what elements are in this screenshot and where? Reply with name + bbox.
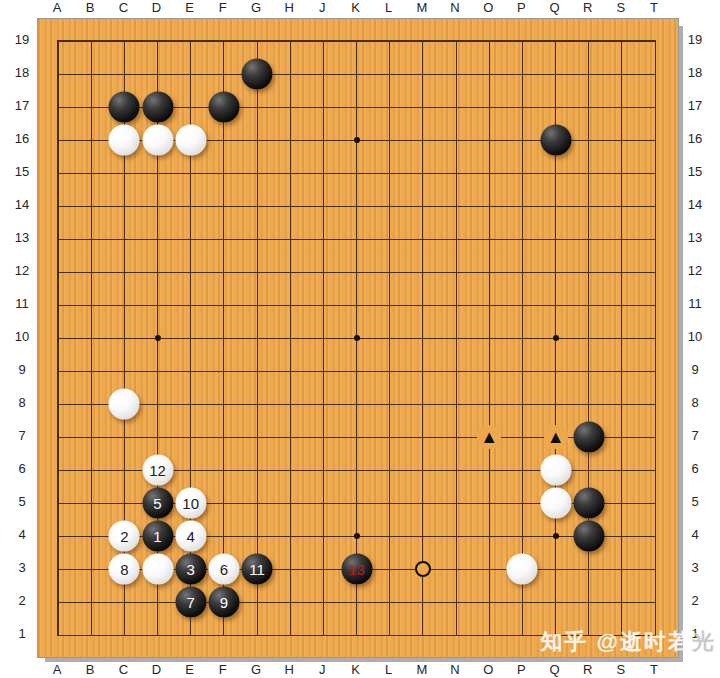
stone-black-E2: 7 <box>175 587 206 618</box>
coord-label-left-6: 6 <box>9 461 35 477</box>
stone-white-C4: 2 <box>109 521 140 552</box>
star-point-K10 <box>354 335 360 341</box>
move-number-10: 10 <box>182 496 199 511</box>
coord-label-top-Q: Q <box>542 0 568 16</box>
coord-label-right-8: 8 <box>682 395 708 411</box>
coord-label-left-19: 19 <box>9 32 35 48</box>
coord-label-top-A: A <box>44 0 70 16</box>
coord-label-top-J: J <box>309 0 335 16</box>
coord-label-right-5: 5 <box>682 494 708 510</box>
stone-black-C17 <box>109 92 140 123</box>
stone-white-C8 <box>109 389 140 420</box>
coord-label-left-8: 8 <box>9 395 35 411</box>
move-number-4: 4 <box>187 529 195 544</box>
stone-black-D5: 5 <box>142 488 173 519</box>
coord-label-bottom-J: J <box>309 662 335 678</box>
coord-label-left-17: 17 <box>9 98 35 114</box>
coord-label-left-14: 14 <box>9 197 35 213</box>
stone-white-Q6 <box>540 455 571 486</box>
watermark-text-off-board: 光 <box>692 629 716 654</box>
coord-label-left-10: 10 <box>9 329 35 345</box>
triangle-mark-O7: ▲ <box>477 425 501 449</box>
stone-white-C3: 8 <box>109 554 140 585</box>
star-point-Q4 <box>553 533 559 539</box>
stone-black-E3: 3 <box>175 554 206 585</box>
stone-black-R5 <box>573 488 604 519</box>
stone-black-D17 <box>142 92 173 123</box>
coord-label-right-16: 16 <box>682 131 708 147</box>
star-point-D10 <box>155 335 161 341</box>
coord-label-right-2: 2 <box>682 593 708 609</box>
stone-white-D16 <box>142 125 173 156</box>
move-number-6: 6 <box>220 562 228 577</box>
coord-label-top-B: B <box>77 0 103 16</box>
stone-black-F17 <box>208 92 239 123</box>
coord-label-left-7: 7 <box>9 428 35 444</box>
coord-label-top-T: T <box>641 0 667 16</box>
stone-white-E16 <box>175 125 206 156</box>
coord-label-top-N: N <box>442 0 468 16</box>
coord-label-left-12: 12 <box>9 263 35 279</box>
coord-label-top-H: H <box>276 0 302 16</box>
watermark: 知乎 @逝时若光 <box>540 627 716 657</box>
coord-label-top-R: R <box>575 0 601 16</box>
stone-white-Q5 <box>540 488 571 519</box>
coord-label-left-15: 15 <box>9 164 35 180</box>
coord-label-top-M: M <box>409 0 435 16</box>
star-point-K4 <box>354 533 360 539</box>
coord-label-bottom-C: C <box>110 662 136 678</box>
coord-label-bottom-P: P <box>508 662 534 678</box>
coord-label-right-9: 9 <box>682 362 708 378</box>
coord-label-bottom-E: E <box>177 662 203 678</box>
stone-black-F2: 9 <box>208 587 239 618</box>
coord-label-left-5: 5 <box>9 494 35 510</box>
coord-label-top-F: F <box>210 0 236 16</box>
move-number-12: 12 <box>149 463 166 478</box>
coord-label-right-7: 7 <box>682 428 708 444</box>
coord-label-left-13: 13 <box>9 230 35 246</box>
coord-label-bottom-S: S <box>608 662 634 678</box>
circle-mark-M3 <box>415 561 431 577</box>
coord-label-left-18: 18 <box>9 65 35 81</box>
coord-label-right-12: 12 <box>682 263 708 279</box>
coord-label-top-C: C <box>110 0 136 16</box>
coord-label-right-3: 3 <box>682 560 708 576</box>
stone-white-E4: 4 <box>175 521 206 552</box>
coord-label-bottom-F: F <box>210 662 236 678</box>
coord-label-bottom-M: M <box>409 662 435 678</box>
coord-label-top-S: S <box>608 0 634 16</box>
stone-black-R4 <box>573 521 604 552</box>
move-number-8: 8 <box>120 562 128 577</box>
coord-label-right-13: 13 <box>682 230 708 246</box>
coord-label-left-4: 4 <box>9 527 35 543</box>
coord-label-left-16: 16 <box>9 131 35 147</box>
coord-label-right-4: 4 <box>682 527 708 543</box>
stone-white-D6: 12 <box>142 455 173 486</box>
stone-black-G18 <box>242 59 273 90</box>
move-number-2: 2 <box>120 529 128 544</box>
coord-label-right-15: 15 <box>682 164 708 180</box>
coord-label-top-L: L <box>376 0 402 16</box>
coord-label-bottom-G: G <box>243 662 269 678</box>
coord-label-right-18: 18 <box>682 65 708 81</box>
stone-black-G3: 11 <box>242 554 273 585</box>
coord-label-left-9: 9 <box>9 362 35 378</box>
coord-label-bottom-B: B <box>77 662 103 678</box>
coord-label-top-G: G <box>243 0 269 16</box>
stone-white-P3 <box>507 554 538 585</box>
coord-label-left-3: 3 <box>9 560 35 576</box>
coord-label-bottom-O: O <box>475 662 501 678</box>
coord-label-top-E: E <box>177 0 203 16</box>
coord-label-right-14: 14 <box>682 197 708 213</box>
coord-label-right-11: 11 <box>682 296 708 312</box>
coord-label-right-19: 19 <box>682 32 708 48</box>
coord-label-right-17: 17 <box>682 98 708 114</box>
move-number-7: 7 <box>187 595 195 610</box>
coord-label-left-2: 2 <box>9 593 35 609</box>
move-number-3: 3 <box>187 562 195 577</box>
stone-black-D4: 1 <box>142 521 173 552</box>
stone-white-E5: 10 <box>175 488 206 519</box>
coord-label-right-10: 10 <box>682 329 708 345</box>
move-number-5: 5 <box>153 496 161 511</box>
move-number-1: 1 <box>153 529 161 544</box>
screenshot-root: ▲▲ 12510214836111379 AABBCCDDEEFFGGHHJJK… <box>0 0 720 678</box>
watermark-text-on-board: 知乎 @逝时若 <box>540 629 692 654</box>
coord-label-top-O: O <box>475 0 501 16</box>
coord-label-bottom-H: H <box>276 662 302 678</box>
coord-label-bottom-D: D <box>144 662 170 678</box>
stone-black-R7 <box>573 422 604 453</box>
coord-label-top-K: K <box>343 0 369 16</box>
coord-label-bottom-Q: Q <box>542 662 568 678</box>
stone-black-K3: 13 <box>341 554 372 585</box>
coord-label-bottom-N: N <box>442 662 468 678</box>
coord-label-top-P: P <box>508 0 534 16</box>
stone-white-C16 <box>109 125 140 156</box>
coord-label-bottom-R: R <box>575 662 601 678</box>
coord-label-left-11: 11 <box>9 296 35 312</box>
move-number-9: 9 <box>220 595 228 610</box>
move-number-11: 11 <box>249 562 265 577</box>
coord-label-left-1: 1 <box>9 626 35 642</box>
star-point-Q10 <box>553 335 559 341</box>
coord-label-bottom-K: K <box>343 662 369 678</box>
coord-label-bottom-A: A <box>44 662 70 678</box>
stone-white-F3: 6 <box>208 554 239 585</box>
triangle-mark-Q7: ▲ <box>544 425 568 449</box>
coord-label-top-D: D <box>144 0 170 16</box>
star-point-K16 <box>354 137 360 143</box>
stone-white-D3 <box>142 554 173 585</box>
go-board: ▲▲ 12510214836111379 <box>37 18 679 658</box>
coord-label-bottom-L: L <box>376 662 402 678</box>
stone-black-Q16 <box>540 125 571 156</box>
coord-label-right-6: 6 <box>682 461 708 477</box>
coord-label-bottom-T: T <box>641 662 667 678</box>
move-number-13: 13 <box>348 562 365 577</box>
